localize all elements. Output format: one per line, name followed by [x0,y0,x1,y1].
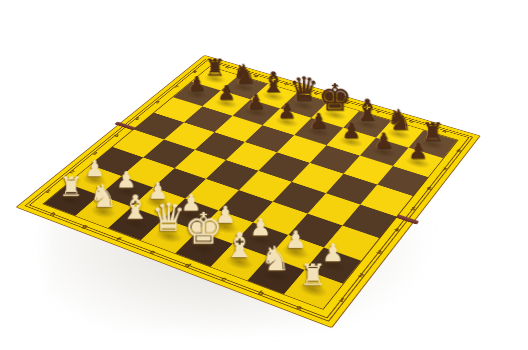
white-rook-glyph: ♜ [286,261,341,289]
square-b6 [343,155,394,185]
square-a7: ♟ [394,148,444,177]
black-pawn-glyph: ♟ [394,142,442,163]
photo-scene: ♜♞♝♛♚♝♞♜♟♟♟♟♟♟♟♟♟♟♟♟♟♟♟♟♜♞♝♛♚♝♞♜ hgfedcb… [0,0,528,350]
piece-black-pawn: ♟ [394,148,444,177]
